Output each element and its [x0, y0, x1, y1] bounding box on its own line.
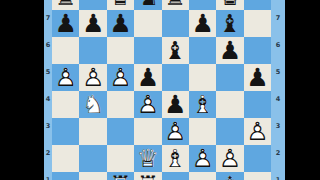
square-e4[interactable]: ♟ — [162, 91, 189, 118]
square-c4[interactable] — [107, 91, 134, 118]
piece-black-rook: ♜ — [162, 0, 189, 10]
piece-white-pawn: ♟♙ — [216, 145, 243, 172]
square-c3[interactable] — [107, 118, 134, 145]
square-e6[interactable]: ♝ — [162, 37, 189, 64]
square-c6[interactable] — [107, 37, 134, 64]
square-d1[interactable]: ♜♖ — [134, 172, 161, 180]
piece-black-pawn: ♟ — [134, 64, 161, 91]
square-e8[interactable]: ♜ — [162, 0, 189, 10]
chess-video-frame: ♜♛♞♜♚♟♟♟♟♝♝♟♟♙♟♙♟♙♟♟♞♘♟♙♟♝♗♟♙♟♙♛♕♝♗♟♙♟♙♜… — [0, 0, 320, 180]
square-e7[interactable] — [162, 10, 189, 37]
piece-white-king: ♚♔ — [216, 172, 243, 180]
rank-label-right-7: 7 — [271, 15, 285, 22]
rank-label-right-2: 2 — [271, 150, 285, 157]
square-d2[interactable]: ♛♕ — [134, 145, 161, 172]
square-b3[interactable] — [79, 118, 106, 145]
square-a1[interactable] — [52, 172, 79, 180]
rank-label-left-3: 3 — [44, 123, 52, 130]
square-f6[interactable] — [189, 37, 216, 64]
square-g6[interactable]: ♟ — [216, 37, 243, 64]
piece-white-pawn: ♟♙ — [79, 64, 106, 91]
piece-black-pawn: ♟ — [79, 10, 106, 37]
piece-black-bishop: ♝ — [216, 10, 243, 37]
rank-label-left-4: 4 — [44, 96, 52, 103]
square-f1[interactable] — [189, 172, 216, 180]
piece-white-knight: ♞♘ — [79, 91, 106, 118]
square-f2[interactable]: ♟♙ — [189, 145, 216, 172]
piece-white-bishop: ♝♗ — [189, 91, 216, 118]
square-h3[interactable]: ♟♙ — [244, 118, 271, 145]
square-g2[interactable]: ♟♙ — [216, 145, 243, 172]
square-d3[interactable] — [134, 118, 161, 145]
square-c5[interactable]: ♟♙ — [107, 64, 134, 91]
square-c2[interactable] — [107, 145, 134, 172]
piece-black-pawn: ♟ — [244, 64, 271, 91]
square-b1[interactable] — [79, 172, 106, 180]
square-b6[interactable] — [79, 37, 106, 64]
square-f3[interactable] — [189, 118, 216, 145]
board-squares: ♜♛♞♜♚♟♟♟♟♝♝♟♟♙♟♙♟♙♟♟♞♘♟♙♟♝♗♟♙♟♙♛♕♝♗♟♙♟♙♜… — [52, 0, 271, 180]
piece-white-pawn: ♟♙ — [189, 145, 216, 172]
piece-black-pawn: ♟ — [189, 10, 216, 37]
square-g3[interactable] — [216, 118, 243, 145]
rank-label-left-1: 1 — [44, 177, 52, 180]
piece-white-pawn: ♟♙ — [52, 64, 79, 91]
square-h2[interactable] — [244, 145, 271, 172]
square-h1[interactable] — [244, 172, 271, 180]
square-b7[interactable]: ♟ — [79, 10, 106, 37]
piece-black-pawn: ♟ — [216, 37, 243, 64]
rank-label-right-4: 4 — [271, 96, 285, 103]
square-d4[interactable]: ♟♙ — [134, 91, 161, 118]
square-b2[interactable] — [79, 145, 106, 172]
piece-black-pawn: ♟ — [162, 91, 189, 118]
piece-white-pawn: ♟♙ — [107, 64, 134, 91]
square-a6[interactable] — [52, 37, 79, 64]
square-h5[interactable]: ♟ — [244, 64, 271, 91]
rank-label-left-5: 5 — [44, 69, 52, 76]
piece-white-queen: ♛♕ — [134, 145, 161, 172]
piece-black-pawn: ♟ — [52, 10, 79, 37]
piece-white-rook: ♜♖ — [107, 172, 134, 180]
piece-black-knight: ♞ — [134, 0, 161, 10]
square-g4[interactable] — [216, 91, 243, 118]
piece-white-pawn: ♟♙ — [134, 91, 161, 118]
square-a2[interactable] — [52, 145, 79, 172]
square-a4[interactable] — [52, 91, 79, 118]
rank-label-left-2: 2 — [44, 150, 52, 157]
square-e5[interactable] — [162, 64, 189, 91]
square-b4[interactable]: ♞♘ — [79, 91, 106, 118]
square-d8[interactable]: ♞ — [134, 0, 161, 10]
square-h6[interactable] — [244, 37, 271, 64]
square-f5[interactable] — [189, 64, 216, 91]
piece-black-pawn: ♟ — [107, 10, 134, 37]
square-g1[interactable]: ♚♔ — [216, 172, 243, 180]
square-e1[interactable] — [162, 172, 189, 180]
rank-label-right-1: 1 — [271, 177, 285, 180]
square-f7[interactable]: ♟ — [189, 10, 216, 37]
piece-white-bishop: ♝♗ — [162, 145, 189, 172]
rank-label-left-7: 7 — [44, 15, 52, 22]
rank-label-right-3: 3 — [271, 123, 285, 130]
square-a3[interactable] — [52, 118, 79, 145]
square-a5[interactable]: ♟♙ — [52, 64, 79, 91]
square-d7[interactable] — [134, 10, 161, 37]
square-b5[interactable]: ♟♙ — [79, 64, 106, 91]
square-c7[interactable]: ♟ — [107, 10, 134, 37]
square-d5[interactable]: ♟ — [134, 64, 161, 91]
piece-black-bishop: ♝ — [162, 37, 189, 64]
square-c1[interactable]: ♜♖ — [107, 172, 134, 180]
rank-label-right-5: 5 — [271, 69, 285, 76]
square-e2[interactable]: ♝♗ — [162, 145, 189, 172]
square-e3[interactable]: ♟♙ — [162, 118, 189, 145]
square-g7[interactable]: ♝ — [216, 10, 243, 37]
chess-board: ♜♛♞♜♚♟♟♟♟♝♝♟♟♙♟♙♟♙♟♟♞♘♟♙♟♝♗♟♙♟♙♛♕♝♗♟♙♟♙♜… — [44, 0, 285, 180]
square-f4[interactable]: ♝♗ — [189, 91, 216, 118]
square-h8[interactable] — [244, 0, 271, 10]
square-a7[interactable]: ♟ — [52, 10, 79, 37]
square-g5[interactable] — [216, 64, 243, 91]
square-h4[interactable] — [244, 91, 271, 118]
square-h7[interactable] — [244, 10, 271, 37]
piece-white-rook: ♜♖ — [134, 172, 161, 180]
piece-white-pawn: ♟♙ — [244, 118, 271, 145]
piece-white-pawn: ♟♙ — [162, 118, 189, 145]
rank-label-right-6: 6 — [271, 42, 285, 49]
rank-label-left-6: 6 — [44, 42, 52, 49]
square-d6[interactable] — [134, 37, 161, 64]
